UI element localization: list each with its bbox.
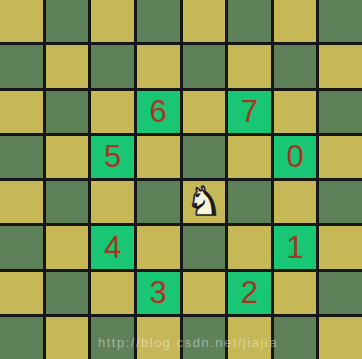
square-e7[interactable]: [183, 45, 226, 87]
square-h4[interactable]: [319, 181, 362, 223]
square-c2[interactable]: [91, 272, 134, 314]
square-b6[interactable]: [46, 91, 89, 133]
square-a6[interactable]: [0, 91, 43, 133]
move-number-4: 4: [104, 232, 121, 263]
square-a2[interactable]: [0, 272, 43, 314]
square-g7[interactable]: [274, 45, 317, 87]
move-number-6: 6: [150, 96, 167, 127]
square-b4[interactable]: [46, 181, 89, 223]
square-d1[interactable]: [137, 317, 180, 359]
move-number-7: 7: [241, 96, 258, 127]
square-a1[interactable]: [0, 317, 43, 359]
square-e2[interactable]: [183, 272, 226, 314]
square-c4[interactable]: [91, 181, 134, 223]
square-f4[interactable]: [228, 181, 271, 223]
square-d4[interactable]: [137, 181, 180, 223]
square-d2[interactable]: 3: [137, 272, 180, 314]
move-number-5: 5: [104, 141, 121, 172]
square-a8[interactable]: [0, 0, 43, 42]
knight-moves-diagram: 6750♞4132 http://blog.csdn.net/jiajia: [0, 0, 362, 359]
square-e3[interactable]: [183, 226, 226, 268]
square-g2[interactable]: [274, 272, 317, 314]
square-h1[interactable]: [319, 317, 362, 359]
square-d7[interactable]: [137, 45, 180, 87]
square-g5[interactable]: 0: [274, 136, 317, 178]
square-b2[interactable]: [46, 272, 89, 314]
square-g3[interactable]: 1: [274, 226, 317, 268]
square-g1[interactable]: [274, 317, 317, 359]
square-f3[interactable]: [228, 226, 271, 268]
square-c8[interactable]: [91, 0, 134, 42]
square-b5[interactable]: [46, 136, 89, 178]
square-h5[interactable]: [319, 136, 362, 178]
square-d6[interactable]: 6: [137, 91, 180, 133]
square-g6[interactable]: [274, 91, 317, 133]
move-number-0: 0: [286, 141, 303, 172]
square-b7[interactable]: [46, 45, 89, 87]
square-d5[interactable]: [137, 136, 180, 178]
square-f7[interactable]: [228, 45, 271, 87]
square-a3[interactable]: [0, 226, 43, 268]
square-h6[interactable]: [319, 91, 362, 133]
move-number-1: 1: [286, 232, 303, 263]
move-number-3: 3: [150, 277, 167, 308]
square-c5[interactable]: 5: [91, 136, 134, 178]
square-b1[interactable]: [46, 317, 89, 359]
white-knight-icon: ♞: [186, 181, 222, 221]
square-c3[interactable]: 4: [91, 226, 134, 268]
square-b3[interactable]: [46, 226, 89, 268]
square-e6[interactable]: [183, 91, 226, 133]
square-f2[interactable]: 2: [228, 272, 271, 314]
move-number-2: 2: [241, 277, 258, 308]
square-f6[interactable]: 7: [228, 91, 271, 133]
square-a7[interactable]: [0, 45, 43, 87]
square-a4[interactable]: [0, 181, 43, 223]
square-g8[interactable]: [274, 0, 317, 42]
square-a5[interactable]: [0, 136, 43, 178]
square-h8[interactable]: [319, 0, 362, 42]
square-d3[interactable]: [137, 226, 180, 268]
square-h3[interactable]: [319, 226, 362, 268]
square-e1[interactable]: [183, 317, 226, 359]
square-h2[interactable]: [319, 272, 362, 314]
square-e8[interactable]: [183, 0, 226, 42]
square-f5[interactable]: [228, 136, 271, 178]
square-e5[interactable]: [183, 136, 226, 178]
square-c6[interactable]: [91, 91, 134, 133]
square-g4[interactable]: [274, 181, 317, 223]
square-c7[interactable]: [91, 45, 134, 87]
square-d8[interactable]: [137, 0, 180, 42]
square-f8[interactable]: [228, 0, 271, 42]
square-b8[interactable]: [46, 0, 89, 42]
square-h7[interactable]: [319, 45, 362, 87]
chess-board: 6750♞4132: [0, 0, 362, 359]
square-c1[interactable]: [91, 317, 134, 359]
square-f1[interactable]: [228, 317, 271, 359]
square-e4[interactable]: ♞: [183, 181, 226, 223]
